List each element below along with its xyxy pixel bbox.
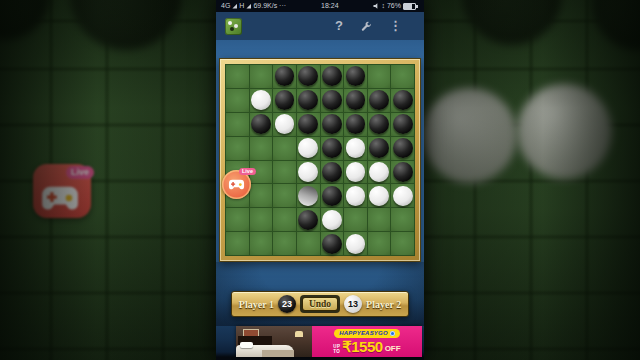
blanket xyxy=(262,350,294,357)
network-type-2: H xyxy=(239,0,244,12)
undo-button[interactable]: Undo xyxy=(302,297,338,311)
black-disc xyxy=(393,162,413,182)
reversi-app-icon[interactable] xyxy=(225,18,242,35)
board-cell[interactable] xyxy=(226,113,249,136)
board-cell[interactable] xyxy=(297,184,320,207)
live-badge[interactable]: Live xyxy=(222,170,251,199)
overflow-menu-button[interactable]: ⋮ xyxy=(389,12,402,40)
black-disc xyxy=(251,114,271,134)
ad-brand-text: HAPPYEASYGO xyxy=(339,329,388,338)
board-cell[interactable] xyxy=(226,89,249,112)
black-disc xyxy=(369,90,389,110)
board-cell[interactable] xyxy=(273,232,296,255)
white-disc xyxy=(346,186,366,206)
black-disc xyxy=(298,66,318,86)
board-cell[interactable] xyxy=(273,184,296,207)
board-cell[interactable] xyxy=(297,113,320,136)
board-cell[interactable] xyxy=(391,113,414,136)
board-cell[interactable] xyxy=(273,89,296,112)
battery-percent: 76% xyxy=(387,0,401,12)
board-cell[interactable] xyxy=(226,208,249,231)
board-cell[interactable] xyxy=(226,65,249,88)
board-cell[interactable] xyxy=(344,113,367,136)
board-cell[interactable] xyxy=(321,137,344,160)
ad-price: ₹1550 xyxy=(342,339,382,354)
player2-label: Player 2 xyxy=(366,299,401,310)
board-cell[interactable] xyxy=(273,113,296,136)
ad-up-to: UP TO xyxy=(333,345,340,354)
white-disc xyxy=(275,114,295,134)
board-cell[interactable] xyxy=(297,137,320,160)
blurred-white-disc xyxy=(517,84,612,179)
board-cell[interactable] xyxy=(321,208,344,231)
status-right: ↕ 76% xyxy=(373,0,419,12)
board-cell[interactable] xyxy=(368,89,391,112)
ad-price-row: UP TO ₹1550 OFF xyxy=(333,339,400,354)
settings-wrench-button[interactable] xyxy=(360,12,372,40)
white-disc xyxy=(251,90,271,110)
ad-hotel-photo xyxy=(236,326,312,357)
white-disc xyxy=(346,138,366,158)
ad-brand: HAPPYEASYGO xyxy=(334,329,400,338)
board-cell[interactable] xyxy=(344,208,367,231)
wrench-icon xyxy=(360,21,372,33)
board-cell[interactable] xyxy=(344,232,367,255)
black-disc xyxy=(322,138,342,158)
black-disc xyxy=(298,210,318,230)
black-disc xyxy=(369,114,389,134)
black-disc xyxy=(393,114,413,134)
pillow xyxy=(240,342,253,348)
board-cell[interactable] xyxy=(391,232,414,255)
board-cell[interactable] xyxy=(297,208,320,231)
status-bar: 4G H 69.9K/s ··· 18:24 ↕ 76% xyxy=(216,0,424,12)
video-frame: Live 4G H 69.9K/s ··· xyxy=(0,0,640,360)
player2-score-disc: 13 xyxy=(344,295,362,313)
board-cell[interactable] xyxy=(368,137,391,160)
flipping-disc xyxy=(298,186,318,206)
white-disc xyxy=(393,186,413,206)
board-cell[interactable] xyxy=(368,184,391,207)
status-left: 4G H 69.9K/s ··· xyxy=(221,0,286,12)
board-cell[interactable] xyxy=(321,65,344,88)
board-cell[interactable] xyxy=(391,208,414,231)
live-label: Live xyxy=(66,166,94,179)
game-controller-icon xyxy=(40,185,80,211)
board-cell[interactable] xyxy=(321,161,344,184)
black-disc xyxy=(346,66,366,86)
board-cell[interactable] xyxy=(321,113,344,136)
live-label: Live xyxy=(239,168,256,175)
board-cell[interactable] xyxy=(226,137,249,160)
data-arrows-icon: ↕ xyxy=(381,0,385,12)
board-cell[interactable] xyxy=(368,161,391,184)
board-cell[interactable] xyxy=(391,65,414,88)
black-disc xyxy=(322,234,342,254)
undo-slot: Undo xyxy=(300,295,340,313)
battery-icon xyxy=(403,3,416,10)
ad-off: OFF xyxy=(385,345,401,353)
board-cell[interactable] xyxy=(368,208,391,231)
black-disc xyxy=(369,138,389,158)
background-board-right xyxy=(424,0,640,360)
board-cell[interactable] xyxy=(273,208,296,231)
help-button[interactable]: ? xyxy=(335,12,343,40)
ad-banner[interactable]: HAPPYEASYGO UP TO ₹1550 OFF xyxy=(236,326,422,357)
live-badge-background: Live xyxy=(33,164,91,218)
board-cell[interactable] xyxy=(273,161,296,184)
black-disc xyxy=(322,90,342,110)
board-cell[interactable] xyxy=(250,184,273,207)
black-disc xyxy=(322,66,342,86)
white-disc xyxy=(298,138,318,158)
background-board-left: Live xyxy=(0,0,216,360)
black-disc xyxy=(346,90,366,110)
board-cell[interactable] xyxy=(297,65,320,88)
globe-icon xyxy=(390,331,395,336)
white-disc xyxy=(298,162,318,182)
game-controller-icon xyxy=(228,179,245,190)
board-cell[interactable] xyxy=(321,184,344,207)
phone-screen: 4G H 69.9K/s ··· 18:24 ↕ 76% ? xyxy=(216,0,424,360)
board-grid[interactable] xyxy=(225,64,415,256)
board-cell[interactable] xyxy=(344,184,367,207)
black-disc xyxy=(275,66,295,86)
signal-icon xyxy=(232,4,237,9)
board-cell[interactable] xyxy=(273,137,296,160)
white-disc xyxy=(346,162,366,182)
white-disc xyxy=(369,162,389,182)
blurred-white-disc xyxy=(424,88,517,183)
board-cell[interactable] xyxy=(273,65,296,88)
lamp xyxy=(295,331,303,337)
board-cell[interactable] xyxy=(321,232,344,255)
board-cell[interactable] xyxy=(250,65,273,88)
white-disc xyxy=(322,210,342,230)
white-disc xyxy=(346,234,366,254)
board-cell[interactable] xyxy=(344,161,367,184)
clock: 18:24 xyxy=(321,0,339,12)
board-cell[interactable] xyxy=(250,137,273,160)
ad-offer-panel: HAPPYEASYGO UP TO ₹1550 OFF xyxy=(312,326,422,357)
black-disc xyxy=(322,162,342,182)
board-cell[interactable] xyxy=(297,232,320,255)
board-cell[interactable] xyxy=(250,89,273,112)
board-cell[interactable] xyxy=(250,113,273,136)
board-cell[interactable] xyxy=(368,65,391,88)
player1-label: Player 1 xyxy=(239,299,274,310)
app-bar: ? ⋮ xyxy=(216,12,424,40)
board-cell[interactable] xyxy=(321,89,344,112)
data-speed: 69.9K/s ··· xyxy=(253,0,286,12)
black-disc xyxy=(298,90,318,110)
board-cell[interactable] xyxy=(391,161,414,184)
network-type: 4G xyxy=(221,0,230,12)
mute-icon xyxy=(373,3,379,9)
board-cell[interactable] xyxy=(368,232,391,255)
white-disc xyxy=(369,186,389,206)
black-disc xyxy=(393,138,413,158)
board-cell[interactable] xyxy=(250,208,273,231)
ad-to: TO xyxy=(333,350,340,355)
player1-score-disc: 23 xyxy=(278,295,296,313)
board-cell[interactable] xyxy=(297,161,320,184)
black-disc xyxy=(275,90,295,110)
board-cell[interactable] xyxy=(344,89,367,112)
black-disc xyxy=(393,90,413,110)
black-disc xyxy=(322,114,342,134)
black-disc xyxy=(322,186,342,206)
board-cell[interactable] xyxy=(391,184,414,207)
board-cell[interactable] xyxy=(391,89,414,112)
board-cell[interactable] xyxy=(391,137,414,160)
score-bar: Player 1 23 Undo 13 Player 2 xyxy=(231,291,409,317)
game-board xyxy=(219,58,421,262)
signal-icon xyxy=(246,4,251,9)
board-cell[interactable] xyxy=(226,232,249,255)
board-cell[interactable] xyxy=(297,89,320,112)
board-cell[interactable] xyxy=(250,232,273,255)
board-cell[interactable] xyxy=(368,113,391,136)
black-disc xyxy=(298,114,318,134)
board-cell[interactable] xyxy=(344,137,367,160)
board-cell[interactable] xyxy=(344,65,367,88)
black-disc xyxy=(346,114,366,134)
